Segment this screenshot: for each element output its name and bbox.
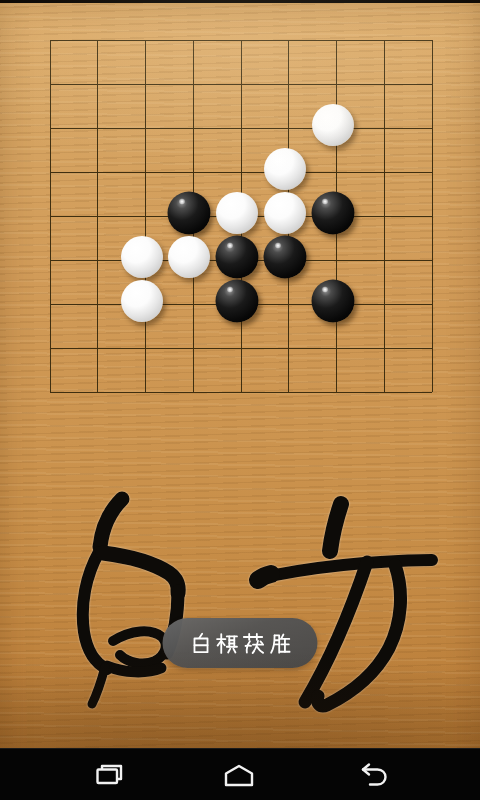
gomoku-board[interactable]	[0, 0, 480, 440]
white-stone	[264, 192, 306, 234]
black-stone	[311, 192, 354, 235]
black-stone	[216, 280, 259, 323]
white-stone	[121, 280, 163, 322]
white-stone	[216, 192, 258, 234]
white-stone	[121, 236, 163, 278]
navigation-bar	[0, 748, 480, 800]
white-stone	[264, 148, 306, 190]
white-stone	[168, 236, 210, 278]
black-stone	[168, 192, 211, 235]
toast-char-glyph	[216, 632, 239, 655]
recent-apps-icon	[92, 762, 126, 788]
white-stone	[312, 104, 354, 146]
recents-button[interactable]	[86, 756, 132, 794]
toast-char-glyph	[242, 632, 265, 655]
toast-char-glyph	[190, 632, 213, 655]
home-button[interactable]	[216, 757, 262, 793]
home-icon	[222, 763, 256, 787]
toast-message	[163, 618, 318, 668]
back-button[interactable]	[346, 756, 394, 794]
toast-char-glyph	[268, 632, 291, 655]
black-stone	[263, 236, 306, 279]
black-stone	[216, 236, 259, 279]
black-stone	[311, 280, 354, 323]
back-icon	[352, 762, 388, 788]
